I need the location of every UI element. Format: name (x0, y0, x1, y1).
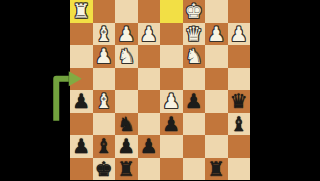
black-queen-a5: ♛ (228, 90, 251, 113)
black-pawn-h5: ♟ (70, 90, 93, 113)
square-a6[interactable]: ♝ (228, 113, 251, 136)
square-d6[interactable]: ♟ (160, 113, 183, 136)
square-b4[interactable] (205, 68, 228, 91)
white-bishop-g5: ♝ (93, 90, 116, 113)
square-a2[interactable]: ♟ (228, 23, 251, 46)
square-g1[interactable] (93, 0, 116, 23)
white-rook-h1: ♜ (70, 0, 93, 23)
square-f8[interactable]: ♜ (115, 158, 138, 181)
square-d2[interactable] (160, 23, 183, 46)
black-bishop-g7: ♝ (93, 135, 116, 158)
white-pawn-g3: ♟ (93, 45, 116, 68)
letterbox-right (250, 0, 320, 180)
square-a7[interactable] (228, 135, 251, 158)
black-pawn-h7: ♟ (70, 135, 93, 158)
square-d5[interactable]: ♟ (160, 90, 183, 113)
square-h2[interactable] (70, 23, 93, 46)
square-b5[interactable] (205, 90, 228, 113)
square-c3[interactable]: ♞ (183, 45, 206, 68)
square-b2[interactable]: ♟ (205, 23, 228, 46)
square-g8[interactable]: ♚ (93, 158, 116, 181)
square-g5[interactable]: ♝ (93, 90, 116, 113)
square-g2[interactable]: ♝ (93, 23, 116, 46)
square-e1[interactable] (138, 0, 161, 23)
black-pawn-e7: ♟ (138, 135, 161, 158)
square-e5[interactable] (138, 90, 161, 113)
white-king-c1: ♚ (183, 0, 206, 23)
black-pawn-c5: ♟ (183, 90, 206, 113)
square-a5[interactable]: ♛ (228, 90, 251, 113)
square-f6[interactable]: ♞ (115, 113, 138, 136)
white-pawn-b2: ♟ (205, 23, 228, 46)
square-d8[interactable] (160, 158, 183, 181)
square-c2[interactable]: ♛ (183, 23, 206, 46)
square-b1[interactable] (205, 0, 228, 23)
square-c4[interactable] (183, 68, 206, 91)
square-c8[interactable] (183, 158, 206, 181)
square-f7[interactable]: ♟ (115, 135, 138, 158)
square-e3[interactable] (138, 45, 161, 68)
black-bishop-a6: ♝ (228, 113, 251, 136)
letterbox-left (0, 0, 70, 180)
square-c7[interactable] (183, 135, 206, 158)
square-d1[interactable] (160, 0, 183, 23)
white-pawn-e2: ♟ (138, 23, 161, 46)
square-b6[interactable] (205, 113, 228, 136)
white-pawn-a2: ♟ (228, 23, 251, 46)
square-e2[interactable]: ♟ (138, 23, 161, 46)
square-f1[interactable] (115, 0, 138, 23)
white-bishop-g2: ♝ (93, 23, 116, 46)
white-pawn-d5: ♟ (160, 90, 183, 113)
square-c1[interactable]: ♚ (183, 0, 206, 23)
chess-board: ♜♚♝♟♟♛♟♟♟♞♞♟♝♟♟♛♞♟♝♟♝♟♟♚♜♜ (70, 0, 250, 180)
square-h6[interactable] (70, 113, 93, 136)
square-g3[interactable]: ♟ (93, 45, 116, 68)
square-f2[interactable]: ♟ (115, 23, 138, 46)
square-g7[interactable]: ♝ (93, 135, 116, 158)
square-a4[interactable] (228, 68, 251, 91)
black-rook-f8: ♜ (115, 158, 138, 181)
square-f5[interactable] (115, 90, 138, 113)
black-king-g8: ♚ (93, 158, 116, 181)
square-a3[interactable] (228, 45, 251, 68)
square-g6[interactable] (93, 113, 116, 136)
square-h7[interactable]: ♟ (70, 135, 93, 158)
square-a1[interactable] (228, 0, 251, 23)
square-d3[interactable] (160, 45, 183, 68)
square-g4[interactable] (93, 68, 116, 91)
square-e6[interactable] (138, 113, 161, 136)
white-pawn-f2: ♟ (115, 23, 138, 46)
square-e8[interactable] (138, 158, 161, 181)
square-e4[interactable] (138, 68, 161, 91)
square-f3[interactable]: ♞ (115, 45, 138, 68)
square-h8[interactable] (70, 158, 93, 181)
square-b3[interactable] (205, 45, 228, 68)
black-pawn-f7: ♟ (115, 135, 138, 158)
white-knight-c3: ♞ (183, 45, 206, 68)
white-knight-f3: ♞ (115, 45, 138, 68)
square-b8[interactable]: ♜ (205, 158, 228, 181)
black-pawn-d6: ♟ (160, 113, 183, 136)
square-d4[interactable] (160, 68, 183, 91)
square-f4[interactable] (115, 68, 138, 91)
white-queen-c2: ♛ (183, 23, 206, 46)
square-h3[interactable] (70, 45, 93, 68)
square-h1[interactable]: ♜ (70, 0, 93, 23)
black-rook-b8: ♜ (205, 158, 228, 181)
square-d7[interactable] (160, 135, 183, 158)
square-h5[interactable]: ♟ (70, 90, 93, 113)
square-e7[interactable]: ♟ (138, 135, 161, 158)
square-c5[interactable]: ♟ (183, 90, 206, 113)
square-b7[interactable] (205, 135, 228, 158)
square-h4[interactable] (70, 68, 93, 91)
video-frame: ♜♚♝♟♟♛♟♟♟♞♞♟♝♟♟♛♞♟♝♟♝♟♟♚♜♜ (0, 0, 320, 180)
square-a8[interactable] (228, 158, 251, 181)
square-c6[interactable] (183, 113, 206, 136)
black-knight-f6: ♞ (115, 113, 138, 136)
